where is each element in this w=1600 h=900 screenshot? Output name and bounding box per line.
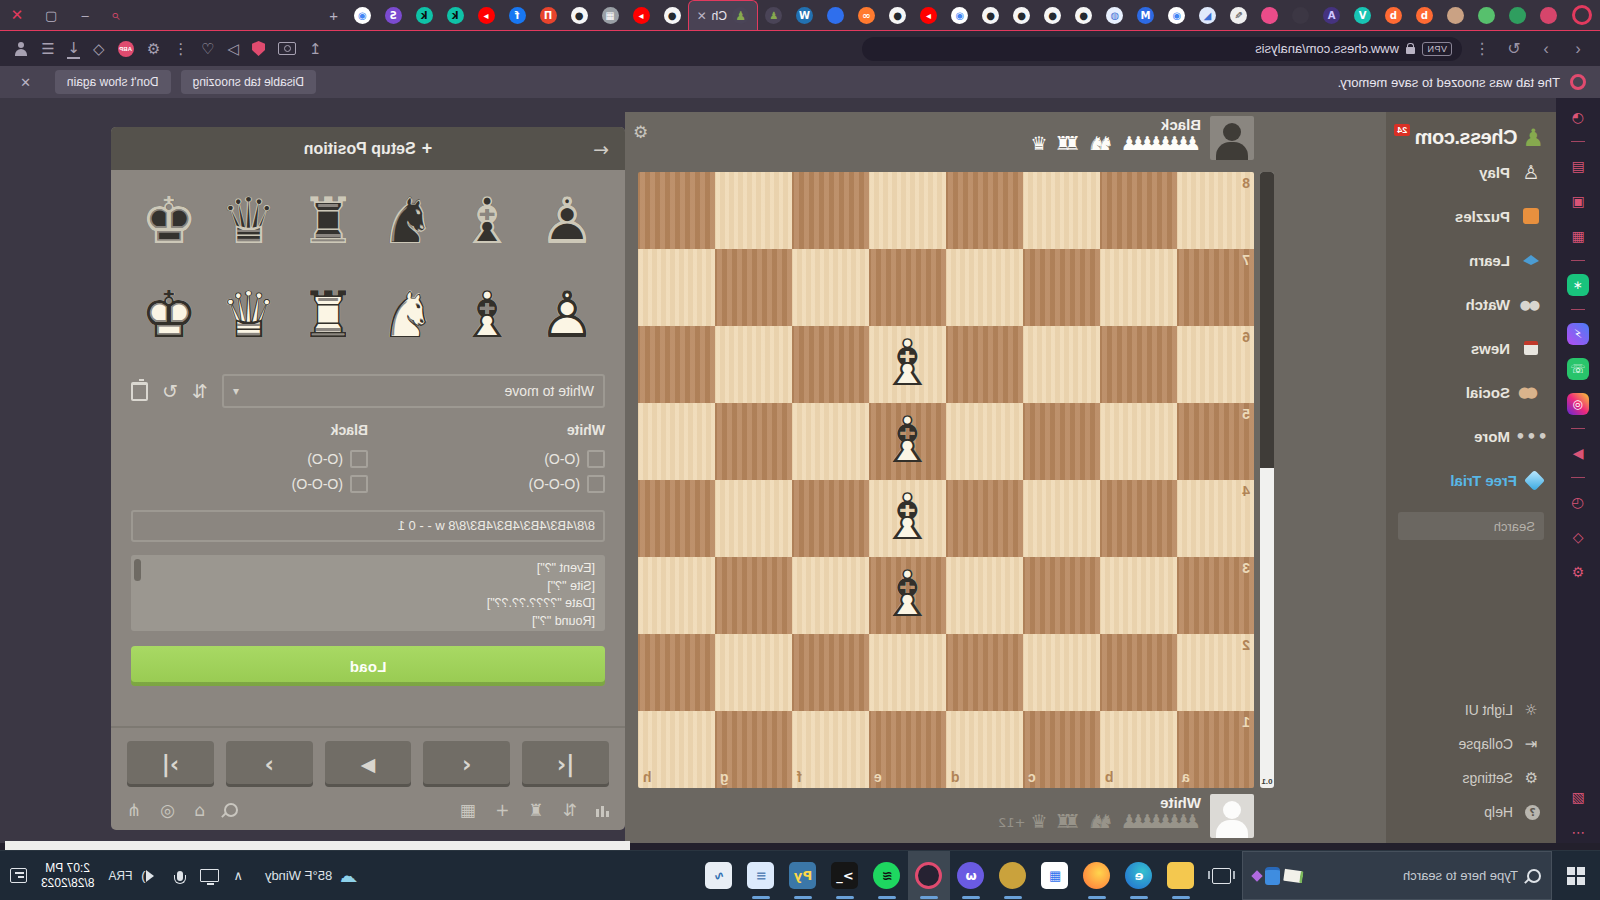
palette-black-p[interactable]: ♟♙: [529, 178, 605, 264]
white-bishop-piece[interactable]: ♝♗: [869, 326, 946, 403]
sidebar-item-watch[interactable]: ●●Watch: [1386, 282, 1556, 326]
twitch-icon[interactable]: ▣: [1567, 190, 1589, 212]
opera-sidebar: ◔▤▣▦∗⚡☏◎▶◷◇⚙▨⋯: [1556, 98, 1600, 843]
captured-group: ♞♞: [1088, 812, 1114, 831]
snooze-notification-bar: The tab was snoozed to save memory. Disa…: [0, 66, 1600, 98]
gold-app-icon: [1000, 862, 1027, 889]
url-field[interactable]: VPN www.chess.com/analysis: [862, 37, 1462, 61]
reset-icon[interactable]: ↻: [162, 380, 178, 402]
trash-icon[interactable]: [131, 382, 148, 401]
square-a5[interactable]: 5: [1177, 403, 1254, 480]
pgn-line: [Event "?"]: [141, 560, 595, 578]
square-h4[interactable]: [638, 480, 715, 557]
castling-black-long[interactable]: (O-O-O): [131, 471, 368, 496]
square-f7[interactable]: [792, 249, 869, 326]
taskbar-app-edge[interactable]: e: [1118, 851, 1160, 900]
square-d3[interactable]: [946, 557, 1023, 634]
palette-white-p[interactable]: ♟♙: [529, 272, 605, 358]
square-h7[interactable]: [638, 249, 715, 326]
taskbar-app-spotify[interactable]: ≋: [866, 851, 908, 900]
board-icon[interactable]: ▦: [460, 800, 476, 820]
white-captured-pieces: ♟♟♟♟♟♟♟♟♞♞♜♜♛+12: [998, 811, 1201, 831]
disable-tab-snoozing-button[interactable]: Disable tab snoozing: [181, 70, 316, 94]
sidebar-item-label: Social: [1466, 384, 1510, 401]
square-e8[interactable]: [869, 172, 946, 249]
chess-pawn-tab[interactable]: ♟: [758, 1, 789, 29]
sidebar-item-puzzles[interactable]: Puzzles: [1386, 194, 1556, 238]
camera-icon[interactable]: [278, 42, 296, 55]
profile-icon[interactable]: [14, 42, 28, 56]
forward-icon[interactable]: ›: [1534, 40, 1558, 58]
square-h3[interactable]: [638, 557, 715, 634]
square-d7[interactable]: [946, 249, 1023, 326]
white-bishop-piece[interactable]: ♝♗: [869, 480, 946, 557]
divider-icon[interactable]: ⋮: [173, 40, 188, 58]
load-button[interactable]: Load: [131, 646, 605, 686]
square-d8[interactable]: [946, 172, 1023, 249]
youtube-tab-2[interactable]: ▸: [626, 1, 657, 29]
taskbar-app-gold-app[interactable]: [992, 851, 1034, 900]
github-tab-7[interactable]: ●: [564, 1, 595, 29]
taskbar-app-task-manager[interactable]: ∿: [698, 851, 740, 900]
sidebar-item-play[interactable]: ♙Play: [1386, 150, 1556, 194]
square-d6[interactable]: [946, 326, 1023, 403]
snapshot-icon[interactable]: ▨: [1567, 786, 1589, 808]
screen-mirrored: bbVA✎◣◉M◍●●●●◉▸●∞W♟ ♟ Ch ✕ ●▸▦●Πf▸kkS◉ +…: [0, 0, 1600, 900]
go-to-end-button[interactable]: ›|: [127, 741, 214, 787]
square-e4[interactable]: ♝♗: [869, 480, 946, 557]
piece-palette-black: ♟♙♝♗♞♘♜♖♛♕♚♔: [111, 178, 625, 264]
square-c4[interactable]: [1023, 480, 1100, 557]
youtube-tab-3[interactable]: ▸: [471, 1, 502, 29]
grid-tab[interactable]: ▦: [595, 1, 626, 29]
black-avatar[interactable]: [1210, 116, 1254, 160]
footer-item-label: Help: [1484, 804, 1513, 820]
captured-group: ♜♜: [1055, 134, 1081, 153]
diamond-icon: [1524, 469, 1545, 490]
github-tab-3[interactable]: ●: [1006, 1, 1037, 29]
square-d5[interactable]: [946, 403, 1023, 480]
file-label: b: [1105, 769, 1114, 785]
evaluation-bar: 0.1: [1260, 172, 1274, 788]
sidebar-item-label: Puzzles: [1455, 208, 1510, 225]
notepad-icon: ≡: [748, 862, 775, 889]
messenger-icon[interactable]: ⚡: [1567, 323, 1589, 345]
globe-tab-favicon: ◍: [1106, 7, 1123, 24]
dont-show-again-button[interactable]: Don't show again: [55, 70, 171, 94]
export-icon[interactable]: ↥: [309, 40, 322, 58]
history-icon[interactable]: ◷: [1567, 491, 1589, 513]
chrome-tab-3-favicon: ◉: [354, 7, 371, 24]
purple-a-tab-favicon: A: [1323, 7, 1340, 24]
instagram-icon[interactable]: ◎: [1567, 393, 1589, 415]
firefox-icon: [1084, 862, 1111, 889]
language-indicator[interactable]: FRA: [108, 869, 132, 883]
orange-b-tab-favicon: b: [1416, 7, 1433, 24]
board-settings-gear-icon[interactable]: ⚙: [633, 122, 648, 142]
footer-item-collapse[interactable]: ⇤Collapse: [1386, 727, 1556, 761]
clock[interactable]: 2:07 PM 8/28/2023: [41, 861, 94, 891]
square-g5[interactable]: [715, 403, 792, 480]
tab-search-icon[interactable]: ⌕: [102, 6, 128, 24]
palette-black-k[interactable]: ♚♔: [131, 178, 207, 264]
sidebar-item-social[interactable]: ●●Social: [1386, 370, 1556, 414]
square-c6[interactable]: [1023, 326, 1100, 403]
chesscom-logo[interactable]: ♟ Chess.com 24: [1386, 112, 1556, 150]
profile-photo-tab[interactable]: [1440, 1, 1471, 29]
turn-select-value: White to move: [505, 383, 594, 399]
kick-tab[interactable]: k: [440, 1, 471, 29]
producthunt-tab[interactable]: Π: [533, 1, 564, 29]
castling-white-header: White: [368, 422, 605, 438]
square-a2[interactable]: 2: [1177, 634, 1254, 711]
orange-b-tab-2-favicon: b: [1385, 7, 1402, 24]
cube-icon[interactable]: ◇: [93, 40, 105, 58]
square-a6[interactable]: 6: [1177, 326, 1254, 403]
footer-item-help[interactable]: ?Help: [1386, 795, 1556, 829]
dribbble-tab[interactable]: [1254, 1, 1285, 29]
board-area: ⚙ Black ♟♟♟♟♟♟♟♟♞♞♜♜♛ 0.1 876♝♗5♝♗4♝♗3♝♗…: [625, 112, 1386, 843]
square-e5[interactable]: ♝♗: [869, 403, 946, 480]
rank-label: 5: [1242, 406, 1250, 422]
start-button[interactable]: [1552, 851, 1600, 900]
disc-icon[interactable]: ◎: [160, 800, 175, 820]
opera-menu-icon[interactable]: [1572, 5, 1592, 25]
python-icon: Py: [790, 862, 817, 889]
gamepad-tab[interactable]: [1533, 1, 1564, 29]
square-c1[interactable]: c: [1023, 711, 1100, 788]
taskbar-app-notepad[interactable]: ≡: [740, 851, 782, 900]
square-a8[interactable]: 8: [1177, 172, 1254, 249]
tray-date: 8/28/2023: [41, 876, 94, 890]
taskbar-app-discord[interactable]: ω: [950, 851, 992, 900]
square-b6[interactable]: [1100, 326, 1177, 403]
sidebar-item-learn[interactable]: Learn: [1386, 238, 1556, 282]
hidden-icons-chevron[interactable]: ∧: [233, 868, 243, 883]
palette-black-r[interactable]: ♜♖: [290, 178, 366, 264]
taskbar-app-firefox[interactable]: [1076, 851, 1118, 900]
plus-icon: +: [422, 138, 433, 158]
palette-white-q[interactable]: ♛♕: [211, 272, 287, 358]
square-e7[interactable]: [869, 249, 946, 326]
pgn-textarea[interactable]: [Event "?"][Site "?"][Date "????.??.??"]…: [131, 555, 605, 631]
square-g7[interactable]: [715, 249, 792, 326]
square-h5[interactable]: [638, 403, 715, 480]
square-g8[interactable]: [715, 172, 792, 249]
square-g3[interactable]: [715, 557, 792, 634]
whatsapp-icon[interactable]: ☏: [1567, 358, 1589, 380]
github-tab-4-favicon: ●: [982, 7, 999, 24]
github-tab-4[interactable]: ●: [975, 1, 1006, 29]
speaker-icon[interactable]: [146, 870, 160, 882]
file-label: e: [874, 769, 882, 785]
square-c5[interactable]: [1023, 403, 1100, 480]
square-b5[interactable]: [1100, 403, 1177, 480]
pencil-tab[interactable]: ✎: [1223, 1, 1254, 29]
github-tab-6[interactable]: ●: [657, 1, 688, 29]
player-icon[interactable]: ▶: [1567, 442, 1589, 464]
captured-group: ♜♜: [1055, 812, 1081, 831]
collapse-icon: ⇤: [1522, 735, 1540, 753]
search-placeholder: Type here to search: [1312, 868, 1518, 883]
square-c7[interactable]: [1023, 249, 1100, 326]
page-scroll-strip[interactable]: [5, 841, 630, 850]
learn-icon: [1520, 255, 1542, 265]
bars-icon[interactable]: [596, 803, 609, 817]
youtube-tab-2-favicon: ▸: [633, 7, 650, 24]
wordpress-tab[interactable]: W: [789, 1, 820, 29]
chrome-tab-2[interactable]: ◉: [944, 1, 975, 29]
taskbar-app-opera-gx[interactable]: [908, 851, 950, 900]
blue-dot-tab[interactable]: [820, 1, 851, 29]
settings-icon[interactable]: ⚙: [1567, 561, 1589, 583]
square-b4[interactable]: [1100, 480, 1177, 557]
adblock-icon[interactable]: ABP: [118, 41, 134, 57]
analysis-tools-row: ⇅♜+▦⌂◎⋔: [127, 800, 609, 820]
back-icon[interactable]: ‹: [1566, 40, 1590, 58]
checkbox[interactable]: [587, 450, 605, 468]
white-avatar[interactable]: [1210, 794, 1254, 838]
sidebar-item-label: News: [1471, 340, 1510, 357]
setup-panel-header: ← +Setup Position: [111, 127, 625, 170]
taskbar-search[interactable]: Type here to search: [1242, 851, 1552, 900]
sidebar-item-free-trial[interactable]: Free Trial: [1386, 458, 1556, 502]
palette-black-q[interactable]: ♛♕: [211, 178, 287, 264]
checkbox[interactable]: [350, 450, 368, 468]
turn-select[interactable]: White to move ▾: [222, 374, 605, 408]
square-b7[interactable]: [1100, 249, 1177, 326]
building-icon[interactable]: ⌂: [194, 800, 205, 820]
taskbar-app-ms-store[interactable]: ▦: [1034, 851, 1076, 900]
square-g2[interactable]: [715, 634, 792, 711]
kick-tab-2[interactable]: k: [409, 1, 440, 29]
captured-group: ♟♟♟♟♟♟♟♟: [1121, 812, 1201, 831]
flip-icon[interactable]: ⇅: [563, 800, 577, 820]
square-f6[interactable]: [792, 326, 869, 403]
square-b3[interactable]: [1100, 557, 1177, 634]
chess-board[interactable]: 876♝♗5♝♗4♝♗3♝♗21abcdefgh: [638, 172, 1254, 788]
footer-item-light-ui[interactable]: ☼Light UI: [1386, 693, 1556, 727]
search-doodle: [1253, 867, 1303, 885]
palette-white-k[interactable]: ♚♔: [131, 272, 207, 358]
checkbox[interactable]: [350, 475, 368, 493]
gamepad-tab-favicon: [1540, 7, 1557, 24]
plus-icon[interactable]: +: [495, 800, 509, 820]
tab-close-icon[interactable]: ✕: [697, 9, 707, 23]
square-a4[interactable]: 4: [1177, 480, 1254, 557]
close-button[interactable]: ✕: [0, 6, 34, 24]
square-c2[interactable]: [1023, 634, 1100, 711]
heart-icon[interactable]: ♡: [201, 40, 214, 58]
square-f3[interactable]: [792, 557, 869, 634]
square-f2[interactable]: [792, 634, 869, 711]
sheep-tab[interactable]: [1471, 1, 1502, 29]
square-a7[interactable]: 7: [1177, 249, 1254, 326]
facebook-tab-favicon: f: [509, 7, 526, 24]
weather-icon: ☁: [340, 865, 358, 886]
search-input[interactable]: Search: [1398, 512, 1544, 540]
square-h8[interactable]: [638, 172, 715, 249]
gx-infinity-tab[interactable]: ∞: [851, 1, 882, 29]
github-tab-2[interactable]: ●: [1037, 1, 1068, 29]
ruler-tab[interactable]: ◣: [1192, 1, 1223, 29]
square-e1[interactable]: e: [869, 711, 946, 788]
square-c8[interactable]: [1023, 172, 1100, 249]
teal-v-tab[interactable]: V: [1347, 1, 1378, 29]
palette-white-r[interactable]: ♜♖: [290, 272, 366, 358]
sidebar-item-label: Learn: [1469, 252, 1510, 269]
square-a3[interactable]: 3: [1177, 557, 1254, 634]
square-h1[interactable]: h: [638, 711, 715, 788]
castling-black-short[interactable]: (O-O): [131, 446, 368, 471]
download-icon[interactable]: ↓: [67, 39, 80, 59]
reload-icon[interactable]: ↻: [1502, 39, 1526, 58]
square-g6[interactable]: [715, 326, 792, 403]
orange-b-tab-2[interactable]: b: [1378, 1, 1409, 29]
taskbar-app-cmd[interactable]: >_: [824, 851, 866, 900]
action-center-icon[interactable]: [10, 868, 27, 883]
sliders-icon[interactable]: ☰: [41, 40, 54, 58]
square-b2[interactable]: [1100, 634, 1177, 711]
opera-gx-icon: [1570, 74, 1586, 90]
snooze-close-icon[interactable]: ✕: [20, 75, 31, 90]
search-icon: [1527, 869, 1541, 883]
flip-board-icon[interactable]: ⇅: [192, 380, 208, 402]
vpn-shield-icon[interactable]: [252, 41, 265, 56]
square-b1[interactable]: b: [1100, 711, 1177, 788]
watch-icon: ●●: [1520, 297, 1542, 312]
castling-white-long[interactable]: (O-O-O): [368, 471, 605, 496]
next-move-button[interactable]: ›: [226, 741, 313, 787]
square-f4[interactable]: [792, 480, 869, 557]
square-f1[interactable]: f: [792, 711, 869, 788]
chrome-tab-2-favicon: ◉: [951, 7, 968, 24]
sidebar-item-news[interactable]: News: [1386, 326, 1556, 370]
cpu-limiter-icon[interactable]: ▦: [1567, 225, 1589, 247]
orange-b-tab[interactable]: b: [1409, 1, 1440, 29]
vpn-badge[interactable]: VPN: [1422, 42, 1452, 56]
pgn-line: [Round "?"]: [141, 613, 595, 631]
square-g1[interactable]: g: [715, 711, 792, 788]
more-icon[interactable]: ⋯: [1567, 821, 1589, 843]
task-manager-icon: ∿: [706, 862, 733, 889]
footer-item-settings[interactable]: ⚙Settings: [1386, 761, 1556, 795]
send-icon[interactable]: ▷: [227, 40, 239, 58]
square-c3[interactable]: [1023, 557, 1100, 634]
palette-black-b[interactable]: ♝♗: [449, 178, 525, 264]
hand-tab[interactable]: [1285, 1, 1316, 29]
square-e6[interactable]: ♝♗: [869, 326, 946, 403]
ruler-tab-favicon: ◣: [1199, 7, 1216, 24]
magnifier-icon[interactable]: [224, 803, 238, 817]
weather-widget[interactable]: ☁ 85°F Windy: [253, 851, 370, 900]
maximize-button[interactable]: ▢: [34, 8, 68, 23]
rank-label: 4: [1242, 483, 1250, 499]
square-d2[interactable]: [946, 634, 1023, 711]
checkbox[interactable]: [587, 475, 605, 493]
new-tab-button[interactable]: +: [321, 7, 347, 24]
square-e3[interactable]: ♝♗: [869, 557, 946, 634]
gx-corner-icon[interactable]: ◔: [1567, 106, 1589, 128]
square-g4[interactable]: [715, 480, 792, 557]
github-tab[interactable]: ●: [1068, 1, 1099, 29]
chatgpt-icon[interactable]: ∗: [1567, 274, 1589, 296]
palette-white-n[interactable]: ♞♘: [370, 272, 446, 358]
play-button[interactable]: ▶: [325, 741, 412, 787]
github-tab-5[interactable]: ●: [882, 1, 913, 29]
square-e2[interactable]: [869, 634, 946, 711]
square-d1[interactable]: d: [946, 711, 1023, 788]
chrome-tab[interactable]: ◉: [1161, 1, 1192, 29]
white-bishop-piece[interactable]: ♝♗: [869, 557, 946, 634]
square-d4[interactable]: [946, 480, 1023, 557]
youtube-tab-favicon: ▸: [920, 7, 937, 24]
more-icon: •••: [1520, 427, 1542, 446]
fen-input[interactable]: 8/8/4B3/4B3/4B3/4B3/8/8 w - - 0 1: [131, 510, 605, 542]
pgn-scrollbar[interactable]: [134, 559, 141, 581]
rank-label: 8: [1242, 175, 1250, 191]
taskbar-app-file-explorer[interactable]: [1160, 851, 1202, 900]
previous-move-button[interactable]: ‹: [423, 741, 510, 787]
globe-tab[interactable]: ◍: [1099, 1, 1130, 29]
youtube-tab[interactable]: ▸: [913, 1, 944, 29]
cleaner-icon[interactable]: ▤: [1567, 155, 1589, 177]
facebook-tab[interactable]: f: [502, 1, 533, 29]
menu-dots-icon[interactable]: ⋮: [1470, 39, 1494, 58]
github-tab-3-favicon: ●: [1013, 7, 1030, 24]
setup-controls-row: White to move ▾ ⇅ ↻: [131, 374, 605, 408]
chevron-down-icon: ▾: [233, 384, 239, 398]
square-h2[interactable]: [638, 634, 715, 711]
file-label: g: [720, 769, 729, 785]
extensions-icon[interactable]: ◇: [1567, 526, 1589, 548]
purple-a-tab[interactable]: A: [1316, 1, 1347, 29]
snooze-message: The tab was snoozed to save memory.: [1338, 75, 1560, 90]
microphone-icon[interactable]: [177, 871, 183, 881]
castling-options: White (O-O) (O-O-O) Black (O-O) (O-O-O): [131, 422, 605, 496]
m-blue-tab[interactable]: M: [1130, 1, 1161, 29]
youtube-tab-3-favicon: ▸: [478, 7, 495, 24]
sidebar-item-more[interactable]: •••More: [1386, 414, 1556, 458]
fingerprint-tab[interactable]: [1502, 1, 1533, 29]
minimize-button[interactable]: –: [68, 8, 102, 23]
network-icon[interactable]: [200, 869, 219, 882]
square-b8[interactable]: [1100, 172, 1177, 249]
task-view-button[interactable]: [1202, 851, 1242, 900]
square-a1[interactable]: 1a: [1177, 711, 1254, 788]
sidebar-divider: [1571, 141, 1585, 142]
taskbar-app-python[interactable]: Py: [782, 851, 824, 900]
move-navigation-section: |‹‹▶››| ⇅♜+▦⌂◎⋔: [111, 726, 625, 830]
go-to-start-button[interactable]: |‹: [522, 741, 609, 787]
setup-panel-title: +Setup Position: [111, 138, 625, 159]
white-bishop-piece[interactable]: ♝♗: [869, 403, 946, 480]
castling-white-short[interactable]: (O-O): [368, 446, 605, 471]
sidebar-item-label: Play: [1479, 164, 1510, 181]
stack-tab[interactable]: S: [378, 1, 409, 29]
palette-black-n[interactable]: ♞♘: [370, 178, 446, 264]
square-h6[interactable]: [638, 326, 715, 403]
active-tab[interactable]: ♟ Ch ✕: [688, 0, 758, 30]
pinwheel-icon[interactable]: ⚙: [147, 40, 160, 58]
share-icon[interactable]: ⋔: [127, 800, 141, 820]
rook-icon[interactable]: ♜: [529, 800, 544, 820]
palette-white-b[interactable]: ♝♗: [449, 272, 525, 358]
help-icon: ?: [1522, 805, 1540, 820]
chrome-tab-3[interactable]: ◉: [347, 1, 378, 29]
square-f5[interactable]: [792, 403, 869, 480]
square-f8[interactable]: [792, 172, 869, 249]
